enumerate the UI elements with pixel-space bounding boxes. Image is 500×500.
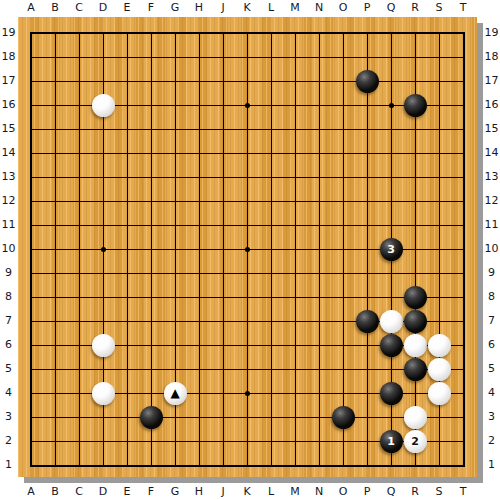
point-T18[interactable] <box>451 45 475 69</box>
point-O1[interactable] <box>331 453 355 477</box>
point-L16[interactable] <box>259 93 283 117</box>
point-B1[interactable] <box>43 453 67 477</box>
point-A19[interactable] <box>19 21 43 45</box>
point-Q17[interactable] <box>379 69 403 93</box>
point-T17[interactable] <box>451 69 475 93</box>
point-C8[interactable] <box>67 285 91 309</box>
point-R19[interactable] <box>403 21 427 45</box>
point-Q2[interactable]: 1 <box>379 429 403 453</box>
point-M11[interactable] <box>283 213 307 237</box>
stone-black-Q2[interactable]: 1 <box>380 430 403 453</box>
point-J1[interactable] <box>211 453 235 477</box>
point-E13[interactable] <box>115 165 139 189</box>
point-Q8[interactable] <box>379 285 403 309</box>
point-T15[interactable] <box>451 117 475 141</box>
point-D4[interactable] <box>91 381 115 405</box>
point-P17[interactable] <box>355 69 379 93</box>
point-O16[interactable] <box>331 93 355 117</box>
point-K1[interactable] <box>235 453 259 477</box>
point-G12[interactable] <box>163 189 187 213</box>
point-A2[interactable] <box>19 429 43 453</box>
point-S1[interactable] <box>427 453 451 477</box>
point-Q15[interactable] <box>379 117 403 141</box>
point-P10[interactable] <box>355 237 379 261</box>
point-B19[interactable] <box>43 21 67 45</box>
point-J10[interactable] <box>211 237 235 261</box>
point-Q1[interactable] <box>379 453 403 477</box>
point-A14[interactable] <box>19 141 43 165</box>
point-K18[interactable] <box>235 45 259 69</box>
point-C10[interactable] <box>67 237 91 261</box>
point-O17[interactable] <box>331 69 355 93</box>
point-S6[interactable] <box>427 333 451 357</box>
point-O12[interactable] <box>331 189 355 213</box>
point-C12[interactable] <box>67 189 91 213</box>
point-H16[interactable] <box>187 93 211 117</box>
point-T11[interactable] <box>451 213 475 237</box>
point-A17[interactable] <box>19 69 43 93</box>
point-G3[interactable] <box>163 405 187 429</box>
point-R13[interactable] <box>403 165 427 189</box>
point-M1[interactable] <box>283 453 307 477</box>
point-H3[interactable] <box>187 405 211 429</box>
point-F10[interactable] <box>139 237 163 261</box>
point-M19[interactable] <box>283 21 307 45</box>
point-S17[interactable] <box>427 69 451 93</box>
point-J13[interactable] <box>211 165 235 189</box>
point-M17[interactable] <box>283 69 307 93</box>
point-D16[interactable] <box>91 93 115 117</box>
point-R2[interactable]: 2 <box>403 429 427 453</box>
point-N18[interactable] <box>307 45 331 69</box>
point-Q6[interactable] <box>379 333 403 357</box>
point-Q16[interactable] <box>379 93 403 117</box>
point-R6[interactable] <box>403 333 427 357</box>
stone-white-R6[interactable] <box>404 334 427 357</box>
point-E14[interactable] <box>115 141 139 165</box>
point-E4[interactable] <box>115 381 139 405</box>
point-A4[interactable] <box>19 381 43 405</box>
point-N17[interactable] <box>307 69 331 93</box>
point-P1[interactable] <box>355 453 379 477</box>
point-G6[interactable] <box>163 333 187 357</box>
point-C17[interactable] <box>67 69 91 93</box>
point-L18[interactable] <box>259 45 283 69</box>
point-B15[interactable] <box>43 117 67 141</box>
point-H9[interactable] <box>187 261 211 285</box>
point-O13[interactable] <box>331 165 355 189</box>
point-F11[interactable] <box>139 213 163 237</box>
point-R1[interactable] <box>403 453 427 477</box>
point-C3[interactable] <box>67 405 91 429</box>
point-J15[interactable] <box>211 117 235 141</box>
point-T12[interactable] <box>451 189 475 213</box>
point-O9[interactable] <box>331 261 355 285</box>
point-G8[interactable] <box>163 285 187 309</box>
point-F19[interactable] <box>139 21 163 45</box>
point-Q14[interactable] <box>379 141 403 165</box>
point-E7[interactable] <box>115 309 139 333</box>
point-G19[interactable] <box>163 21 187 45</box>
point-A13[interactable] <box>19 165 43 189</box>
point-F15[interactable] <box>139 117 163 141</box>
point-D18[interactable] <box>91 45 115 69</box>
point-J6[interactable] <box>211 333 235 357</box>
point-G1[interactable] <box>163 453 187 477</box>
point-P19[interactable] <box>355 21 379 45</box>
stone-black-F3[interactable] <box>140 406 163 429</box>
point-A5[interactable] <box>19 357 43 381</box>
point-K6[interactable] <box>235 333 259 357</box>
point-M6[interactable] <box>283 333 307 357</box>
point-O10[interactable] <box>331 237 355 261</box>
point-Q9[interactable] <box>379 261 403 285</box>
point-B2[interactable] <box>43 429 67 453</box>
point-A11[interactable] <box>19 213 43 237</box>
point-A16[interactable] <box>19 93 43 117</box>
point-O7[interactable] <box>331 309 355 333</box>
point-F4[interactable] <box>139 381 163 405</box>
point-L19[interactable] <box>259 21 283 45</box>
point-F6[interactable] <box>139 333 163 357</box>
stone-white-R2[interactable]: 2 <box>404 430 427 453</box>
point-T8[interactable] <box>451 285 475 309</box>
point-N8[interactable] <box>307 285 331 309</box>
point-E16[interactable] <box>115 93 139 117</box>
stone-black-R8[interactable] <box>404 286 427 309</box>
point-H2[interactable] <box>187 429 211 453</box>
point-H18[interactable] <box>187 45 211 69</box>
point-N5[interactable] <box>307 357 331 381</box>
point-P12[interactable] <box>355 189 379 213</box>
point-B6[interactable] <box>43 333 67 357</box>
point-R12[interactable] <box>403 189 427 213</box>
point-A6[interactable] <box>19 333 43 357</box>
point-P5[interactable] <box>355 357 379 381</box>
point-S12[interactable] <box>427 189 451 213</box>
point-A18[interactable] <box>19 45 43 69</box>
point-D19[interactable] <box>91 21 115 45</box>
point-D12[interactable] <box>91 189 115 213</box>
stone-black-Q4[interactable] <box>380 382 403 405</box>
point-S18[interactable] <box>427 45 451 69</box>
point-P3[interactable] <box>355 405 379 429</box>
point-B9[interactable] <box>43 261 67 285</box>
point-T13[interactable] <box>451 165 475 189</box>
point-T19[interactable] <box>451 21 475 45</box>
point-Q11[interactable] <box>379 213 403 237</box>
point-F2[interactable] <box>139 429 163 453</box>
point-C18[interactable] <box>67 45 91 69</box>
point-J5[interactable] <box>211 357 235 381</box>
point-H14[interactable] <box>187 141 211 165</box>
point-L13[interactable] <box>259 165 283 189</box>
point-L17[interactable] <box>259 69 283 93</box>
point-D17[interactable] <box>91 69 115 93</box>
stone-white-G4[interactable]: ▲ <box>164 382 187 405</box>
point-D15[interactable] <box>91 117 115 141</box>
point-B13[interactable] <box>43 165 67 189</box>
point-M2[interactable] <box>283 429 307 453</box>
point-P2[interactable] <box>355 429 379 453</box>
stone-black-R16[interactable] <box>404 94 427 117</box>
point-L8[interactable] <box>259 285 283 309</box>
point-M5[interactable] <box>283 357 307 381</box>
point-E17[interactable] <box>115 69 139 93</box>
point-O3[interactable] <box>331 405 355 429</box>
point-R7[interactable] <box>403 309 427 333</box>
point-R8[interactable] <box>403 285 427 309</box>
point-M13[interactable] <box>283 165 307 189</box>
point-A12[interactable] <box>19 189 43 213</box>
point-J14[interactable] <box>211 141 235 165</box>
stone-white-D16[interactable] <box>92 94 115 117</box>
point-G17[interactable] <box>163 69 187 93</box>
point-E15[interactable] <box>115 117 139 141</box>
point-B11[interactable] <box>43 213 67 237</box>
point-Q3[interactable] <box>379 405 403 429</box>
point-B3[interactable] <box>43 405 67 429</box>
point-B7[interactable] <box>43 309 67 333</box>
point-H13[interactable] <box>187 165 211 189</box>
point-C11[interactable] <box>67 213 91 237</box>
point-O4[interactable] <box>331 381 355 405</box>
point-C1[interactable] <box>67 453 91 477</box>
point-F16[interactable] <box>139 93 163 117</box>
point-P8[interactable] <box>355 285 379 309</box>
point-R9[interactable] <box>403 261 427 285</box>
point-L11[interactable] <box>259 213 283 237</box>
point-D5[interactable] <box>91 357 115 381</box>
point-S11[interactable] <box>427 213 451 237</box>
point-J9[interactable] <box>211 261 235 285</box>
stone-black-P17[interactable] <box>356 70 379 93</box>
point-D2[interactable] <box>91 429 115 453</box>
point-K16[interactable] <box>235 93 259 117</box>
point-J16[interactable] <box>211 93 235 117</box>
point-P7[interactable] <box>355 309 379 333</box>
point-H7[interactable] <box>187 309 211 333</box>
point-S3[interactable] <box>427 405 451 429</box>
point-E12[interactable] <box>115 189 139 213</box>
point-H17[interactable] <box>187 69 211 93</box>
point-N3[interactable] <box>307 405 331 429</box>
point-O14[interactable] <box>331 141 355 165</box>
point-N11[interactable] <box>307 213 331 237</box>
point-O6[interactable] <box>331 333 355 357</box>
point-M8[interactable] <box>283 285 307 309</box>
point-O11[interactable] <box>331 213 355 237</box>
stone-black-O3[interactable] <box>332 406 355 429</box>
point-N14[interactable] <box>307 141 331 165</box>
point-E8[interactable] <box>115 285 139 309</box>
point-G18[interactable] <box>163 45 187 69</box>
point-C15[interactable] <box>67 117 91 141</box>
point-C4[interactable] <box>67 381 91 405</box>
point-E18[interactable] <box>115 45 139 69</box>
point-J12[interactable] <box>211 189 235 213</box>
point-G4[interactable]: ▲ <box>163 381 187 405</box>
point-Q19[interactable] <box>379 21 403 45</box>
point-Q7[interactable] <box>379 309 403 333</box>
point-M18[interactable] <box>283 45 307 69</box>
point-K14[interactable] <box>235 141 259 165</box>
point-K17[interactable] <box>235 69 259 93</box>
point-J7[interactable] <box>211 309 235 333</box>
point-C13[interactable] <box>67 165 91 189</box>
stone-black-Q10[interactable]: 3 <box>380 238 403 261</box>
stone-black-P7[interactable] <box>356 310 379 333</box>
point-D14[interactable] <box>91 141 115 165</box>
point-T1[interactable] <box>451 453 475 477</box>
point-B8[interactable] <box>43 285 67 309</box>
point-E5[interactable] <box>115 357 139 381</box>
point-B14[interactable] <box>43 141 67 165</box>
point-A9[interactable] <box>19 261 43 285</box>
point-H12[interactable] <box>187 189 211 213</box>
point-P6[interactable] <box>355 333 379 357</box>
point-N7[interactable] <box>307 309 331 333</box>
point-D9[interactable] <box>91 261 115 285</box>
point-P11[interactable] <box>355 213 379 237</box>
point-K13[interactable] <box>235 165 259 189</box>
point-C14[interactable] <box>67 141 91 165</box>
point-F3[interactable] <box>139 405 163 429</box>
point-H11[interactable] <box>187 213 211 237</box>
point-L7[interactable] <box>259 309 283 333</box>
point-F5[interactable] <box>139 357 163 381</box>
point-N19[interactable] <box>307 21 331 45</box>
point-J18[interactable] <box>211 45 235 69</box>
point-L3[interactable] <box>259 405 283 429</box>
point-D11[interactable] <box>91 213 115 237</box>
point-J17[interactable] <box>211 69 235 93</box>
point-H19[interactable] <box>187 21 211 45</box>
point-O19[interactable] <box>331 21 355 45</box>
point-E10[interactable] <box>115 237 139 261</box>
point-K15[interactable] <box>235 117 259 141</box>
point-R18[interactable] <box>403 45 427 69</box>
point-G13[interactable] <box>163 165 187 189</box>
point-J11[interactable] <box>211 213 235 237</box>
point-G5[interactable] <box>163 357 187 381</box>
point-M14[interactable] <box>283 141 307 165</box>
point-N1[interactable] <box>307 453 331 477</box>
point-N9[interactable] <box>307 261 331 285</box>
point-H1[interactable] <box>187 453 211 477</box>
point-S9[interactable] <box>427 261 451 285</box>
point-S8[interactable] <box>427 285 451 309</box>
point-C5[interactable] <box>67 357 91 381</box>
point-L15[interactable] <box>259 117 283 141</box>
point-G10[interactable] <box>163 237 187 261</box>
point-B4[interactable] <box>43 381 67 405</box>
stone-black-R7[interactable] <box>404 310 427 333</box>
point-R15[interactable] <box>403 117 427 141</box>
point-K10[interactable] <box>235 237 259 261</box>
point-D1[interactable] <box>91 453 115 477</box>
point-D7[interactable] <box>91 309 115 333</box>
point-Q5[interactable] <box>379 357 403 381</box>
point-K19[interactable] <box>235 21 259 45</box>
point-K11[interactable] <box>235 213 259 237</box>
point-O2[interactable] <box>331 429 355 453</box>
point-N13[interactable] <box>307 165 331 189</box>
point-S15[interactable] <box>427 117 451 141</box>
point-F13[interactable] <box>139 165 163 189</box>
point-N10[interactable] <box>307 237 331 261</box>
point-A15[interactable] <box>19 117 43 141</box>
point-H15[interactable] <box>187 117 211 141</box>
point-B17[interactable] <box>43 69 67 93</box>
point-K2[interactable] <box>235 429 259 453</box>
point-T14[interactable] <box>451 141 475 165</box>
stone-white-Q7[interactable] <box>380 310 403 333</box>
point-T16[interactable] <box>451 93 475 117</box>
point-H10[interactable] <box>187 237 211 261</box>
point-R14[interactable] <box>403 141 427 165</box>
point-M4[interactable] <box>283 381 307 405</box>
point-C7[interactable] <box>67 309 91 333</box>
point-H8[interactable] <box>187 285 211 309</box>
point-N2[interactable] <box>307 429 331 453</box>
point-N6[interactable] <box>307 333 331 357</box>
point-C16[interactable] <box>67 93 91 117</box>
point-R4[interactable] <box>403 381 427 405</box>
point-S7[interactable] <box>427 309 451 333</box>
point-T6[interactable] <box>451 333 475 357</box>
point-S19[interactable] <box>427 21 451 45</box>
point-A8[interactable] <box>19 285 43 309</box>
point-F7[interactable] <box>139 309 163 333</box>
point-K3[interactable] <box>235 405 259 429</box>
stone-white-S5[interactable] <box>428 358 451 381</box>
point-K7[interactable] <box>235 309 259 333</box>
point-K5[interactable] <box>235 357 259 381</box>
point-R10[interactable] <box>403 237 427 261</box>
point-L10[interactable] <box>259 237 283 261</box>
point-D13[interactable] <box>91 165 115 189</box>
point-H6[interactable] <box>187 333 211 357</box>
point-E1[interactable] <box>115 453 139 477</box>
point-L12[interactable] <box>259 189 283 213</box>
point-M7[interactable] <box>283 309 307 333</box>
point-P15[interactable] <box>355 117 379 141</box>
point-G16[interactable] <box>163 93 187 117</box>
point-N12[interactable] <box>307 189 331 213</box>
point-S13[interactable] <box>427 165 451 189</box>
point-T10[interactable] <box>451 237 475 261</box>
point-D8[interactable] <box>91 285 115 309</box>
point-T9[interactable] <box>451 261 475 285</box>
point-S14[interactable] <box>427 141 451 165</box>
point-S2[interactable] <box>427 429 451 453</box>
point-M12[interactable] <box>283 189 307 213</box>
point-C2[interactable] <box>67 429 91 453</box>
point-J4[interactable] <box>211 381 235 405</box>
point-P14[interactable] <box>355 141 379 165</box>
point-C19[interactable] <box>67 21 91 45</box>
point-B16[interactable] <box>43 93 67 117</box>
point-Q18[interactable] <box>379 45 403 69</box>
point-F9[interactable] <box>139 261 163 285</box>
point-S4[interactable] <box>427 381 451 405</box>
point-R3[interactable] <box>403 405 427 429</box>
point-P13[interactable] <box>355 165 379 189</box>
point-N15[interactable] <box>307 117 331 141</box>
point-K9[interactable] <box>235 261 259 285</box>
point-A7[interactable] <box>19 309 43 333</box>
